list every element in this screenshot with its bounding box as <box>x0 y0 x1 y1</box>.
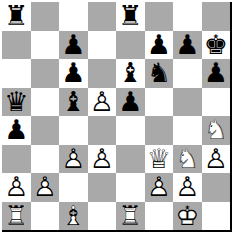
piece-white-pawn: ♟♙ <box>202 145 231 174</box>
white-rook-fill: ♜ <box>116 202 145 231</box>
black-king-icon: ♚ <box>202 31 231 60</box>
square-c4[interactable] <box>59 116 88 145</box>
piece-black-pawn: ♟ <box>59 59 88 88</box>
white-rook-icon: ♖ <box>2 202 31 231</box>
square-g1[interactable]: ♚♔ <box>173 202 202 231</box>
square-d7[interactable] <box>88 31 117 60</box>
square-f5[interactable] <box>145 88 174 117</box>
square-g4[interactable] <box>173 116 202 145</box>
square-c6[interactable]: ♟ <box>59 59 88 88</box>
piece-white-rook: ♜♖ <box>116 202 145 231</box>
square-a2[interactable]: ♟♙ <box>2 173 31 202</box>
black-pawn-icon: ♟ <box>59 31 88 60</box>
white-pawn-fill: ♟ <box>88 88 117 117</box>
black-rook-icon: ♜ <box>2 2 31 31</box>
white-knight-fill: ♞ <box>173 145 202 174</box>
piece-black-rook: ♜ <box>116 2 145 31</box>
piece-white-pawn: ♟♙ <box>145 173 174 202</box>
piece-black-bishop: ♝ <box>116 59 145 88</box>
square-e2[interactable] <box>116 173 145 202</box>
square-e3[interactable] <box>116 145 145 174</box>
square-c7[interactable]: ♟ <box>59 31 88 60</box>
white-pawn-fill: ♟ <box>59 145 88 174</box>
white-rook-fill: ♜ <box>2 202 31 231</box>
piece-black-bishop: ♝ <box>59 88 88 117</box>
piece-white-pawn: ♟♙ <box>2 173 31 202</box>
black-pawn-icon: ♟ <box>173 31 202 60</box>
square-f8[interactable] <box>145 2 174 31</box>
square-b5[interactable] <box>31 88 60 117</box>
square-b7[interactable] <box>31 31 60 60</box>
square-e1[interactable]: ♜♖ <box>116 202 145 231</box>
white-knight-icon: ♘ <box>202 116 231 145</box>
piece-black-pawn: ♟ <box>202 59 231 88</box>
white-pawn-fill: ♟ <box>2 173 31 202</box>
white-bishop-icon: ♗ <box>59 202 88 231</box>
white-pawn-icon: ♙ <box>2 173 31 202</box>
black-pawn-icon: ♟ <box>145 31 174 60</box>
black-queen-icon: ♛ <box>2 88 31 117</box>
square-h4[interactable]: ♞♘ <box>202 116 231 145</box>
square-b2[interactable]: ♟♙ <box>31 173 60 202</box>
square-f4[interactable] <box>145 116 174 145</box>
black-knight-icon: ♞ <box>145 59 174 88</box>
square-d2[interactable] <box>88 173 117 202</box>
piece-black-queen: ♛ <box>2 88 31 117</box>
square-b1[interactable] <box>31 202 60 231</box>
square-g7[interactable]: ♟ <box>173 31 202 60</box>
piece-black-pawn: ♟ <box>116 88 145 117</box>
piece-white-pawn: ♟♙ <box>88 88 117 117</box>
square-h8[interactable] <box>202 2 231 31</box>
black-pawn-icon: ♟ <box>116 88 145 117</box>
piece-black-pawn: ♟ <box>2 116 31 145</box>
square-c8[interactable] <box>59 2 88 31</box>
white-bishop-fill: ♝ <box>59 202 88 231</box>
square-b8[interactable] <box>31 2 60 31</box>
piece-black-pawn: ♟ <box>145 31 174 60</box>
piece-white-king: ♚♔ <box>173 202 202 231</box>
square-g5[interactable] <box>173 88 202 117</box>
square-h5[interactable] <box>202 88 231 117</box>
black-pawn-icon: ♟ <box>202 59 231 88</box>
square-b4[interactable] <box>31 116 60 145</box>
square-c1[interactable]: ♝♗ <box>59 202 88 231</box>
white-king-icon: ♔ <box>173 202 202 231</box>
white-pawn-icon: ♙ <box>88 88 117 117</box>
piece-black-rook: ♜ <box>2 2 31 31</box>
square-a7[interactable] <box>2 31 31 60</box>
white-pawn-fill: ♟ <box>88 145 117 174</box>
square-b6[interactable] <box>31 59 60 88</box>
white-pawn-icon: ♙ <box>173 173 202 202</box>
white-knight-fill: ♞ <box>202 116 231 145</box>
piece-white-knight: ♞♘ <box>173 145 202 174</box>
square-d4[interactable] <box>88 116 117 145</box>
white-pawn-icon: ♙ <box>59 145 88 174</box>
white-pawn-icon: ♙ <box>202 145 231 174</box>
square-h7[interactable]: ♚ <box>202 31 231 60</box>
square-g2[interactable]: ♟♙ <box>173 173 202 202</box>
square-e7[interactable] <box>116 31 145 60</box>
square-f2[interactable]: ♟♙ <box>145 173 174 202</box>
white-knight-icon: ♘ <box>173 145 202 174</box>
piece-white-bishop: ♝♗ <box>59 202 88 231</box>
black-rook-icon: ♜ <box>116 2 145 31</box>
white-pawn-fill: ♟ <box>31 173 60 202</box>
square-b3[interactable] <box>31 145 60 174</box>
black-pawn-icon: ♟ <box>59 59 88 88</box>
white-pawn-fill: ♟ <box>202 145 231 174</box>
square-g3[interactable]: ♞♘ <box>173 145 202 174</box>
square-d8[interactable] <box>88 2 117 31</box>
piece-black-pawn: ♟ <box>173 31 202 60</box>
piece-white-knight: ♞♘ <box>202 116 231 145</box>
piece-white-rook: ♜♖ <box>2 202 31 231</box>
square-g6[interactable] <box>173 59 202 88</box>
piece-white-pawn: ♟♙ <box>173 173 202 202</box>
square-a4[interactable]: ♟ <box>2 116 31 145</box>
white-rook-icon: ♖ <box>116 202 145 231</box>
piece-black-pawn: ♟ <box>59 31 88 60</box>
square-f7[interactable]: ♟ <box>145 31 174 60</box>
square-e4[interactable] <box>116 116 145 145</box>
white-pawn-fill: ♟ <box>145 173 174 202</box>
piece-white-pawn: ♟♙ <box>88 145 117 174</box>
square-e6[interactable]: ♝ <box>116 59 145 88</box>
square-f6[interactable]: ♞ <box>145 59 174 88</box>
white-pawn-icon: ♙ <box>145 173 174 202</box>
square-h2[interactable] <box>202 173 231 202</box>
square-f3[interactable]: ♛♕ <box>145 145 174 174</box>
white-pawn-fill: ♟ <box>173 173 202 202</box>
chess-board: ♜♜♟♟♟♚♟♝♞♟♛♝♟♙♟♟♞♘♟♙♟♙♛♕♞♘♟♙♟♙♟♙♟♙♟♙♜♖♝♗… <box>2 2 232 232</box>
square-e5[interactable]: ♟ <box>116 88 145 117</box>
piece-white-queen: ♛♕ <box>145 145 174 174</box>
square-h3[interactable]: ♟♙ <box>202 145 231 174</box>
square-e8[interactable]: ♜ <box>116 2 145 31</box>
piece-white-pawn: ♟♙ <box>59 145 88 174</box>
black-bishop-icon: ♝ <box>116 59 145 88</box>
square-c3[interactable]: ♟♙ <box>59 145 88 174</box>
white-queen-icon: ♕ <box>145 145 174 174</box>
chess-diagram-page: ♜♜♟♟♟♚♟♝♞♟♛♝♟♙♟♟♞♘♟♙♟♙♛♕♞♘♟♙♟♙♟♙♟♙♟♙♜♖♝♗… <box>0 0 234 234</box>
white-pawn-icon: ♙ <box>31 173 60 202</box>
square-d1[interactable] <box>88 202 117 231</box>
square-a1[interactable]: ♜♖ <box>2 202 31 231</box>
black-pawn-icon: ♟ <box>2 116 31 145</box>
square-a5[interactable]: ♛ <box>2 88 31 117</box>
white-king-fill: ♚ <box>173 202 202 231</box>
square-h6[interactable]: ♟ <box>202 59 231 88</box>
piece-black-king: ♚ <box>202 31 231 60</box>
square-a3[interactable] <box>2 145 31 174</box>
square-d5[interactable]: ♟♙ <box>88 88 117 117</box>
square-g8[interactable] <box>173 2 202 31</box>
square-a8[interactable]: ♜ <box>2 2 31 31</box>
black-bishop-icon: ♝ <box>59 88 88 117</box>
piece-white-pawn: ♟♙ <box>31 173 60 202</box>
square-d6[interactable] <box>88 59 117 88</box>
white-queen-fill: ♛ <box>145 145 174 174</box>
white-pawn-icon: ♙ <box>88 145 117 174</box>
square-c5[interactable]: ♝ <box>59 88 88 117</box>
square-h1[interactable] <box>202 202 231 231</box>
square-d3[interactable]: ♟♙ <box>88 145 117 174</box>
square-f1[interactable] <box>145 202 174 231</box>
piece-black-knight: ♞ <box>145 59 174 88</box>
square-c2[interactable] <box>59 173 88 202</box>
square-a6[interactable] <box>2 59 31 88</box>
